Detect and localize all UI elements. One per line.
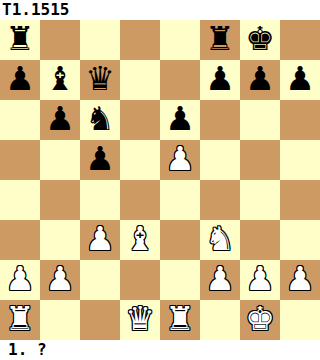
piece-white-pawn[interactable]: ♟ — [205, 259, 235, 299]
piece-black-pawn[interactable]: ♟ — [165, 99, 195, 139]
chess-board: ♜♜♚♟♝♛♟♟♟♟♞♟♟♟♟♝♞♟♟♟♟♟♜♛♜♚ — [0, 20, 320, 340]
square-b5[interactable] — [40, 140, 80, 180]
square-d5[interactable] — [120, 140, 160, 180]
square-h6[interactable] — [280, 100, 320, 140]
square-f3[interactable]: ♞ — [200, 220, 240, 260]
square-g4[interactable] — [240, 180, 280, 220]
square-b2[interactable]: ♟ — [40, 260, 80, 300]
square-h5[interactable] — [280, 140, 320, 180]
square-h8[interactable] — [280, 20, 320, 60]
square-g3[interactable] — [240, 220, 280, 260]
square-f7[interactable]: ♟ — [200, 60, 240, 100]
square-e8[interactable] — [160, 20, 200, 60]
piece-black-pawn[interactable]: ♟ — [245, 59, 275, 99]
square-c4[interactable] — [80, 180, 120, 220]
square-h3[interactable] — [280, 220, 320, 260]
square-f1[interactable] — [200, 300, 240, 340]
square-a6[interactable] — [0, 100, 40, 140]
square-d2[interactable] — [120, 260, 160, 300]
square-d1[interactable]: ♛ — [120, 300, 160, 340]
chess-puzzle-app: T1.1515 ♜♜♚♟♝♛♟♟♟♟♞♟♟♟♟♝♞♟♟♟♟♟♜♛♜♚ 1. ? — [0, 0, 320, 360]
square-d8[interactable] — [120, 20, 160, 60]
square-d7[interactable] — [120, 60, 160, 100]
square-g2[interactable]: ♟ — [240, 260, 280, 300]
square-c1[interactable] — [80, 300, 120, 340]
square-a7[interactable]: ♟ — [0, 60, 40, 100]
piece-white-knight[interactable]: ♞ — [205, 219, 235, 259]
square-a5[interactable] — [0, 140, 40, 180]
square-g7[interactable]: ♟ — [240, 60, 280, 100]
square-b3[interactable] — [40, 220, 80, 260]
square-c8[interactable] — [80, 20, 120, 60]
square-h2[interactable]: ♟ — [280, 260, 320, 300]
square-b1[interactable] — [40, 300, 80, 340]
piece-white-pawn[interactable]: ♟ — [165, 139, 195, 179]
piece-white-pawn[interactable]: ♟ — [85, 219, 115, 259]
piece-white-bishop[interactable]: ♝ — [125, 219, 155, 259]
square-h7[interactable]: ♟ — [280, 60, 320, 100]
square-h4[interactable] — [280, 180, 320, 220]
piece-black-pawn[interactable]: ♟ — [45, 99, 75, 139]
piece-white-pawn[interactable]: ♟ — [285, 259, 315, 299]
piece-white-queen[interactable]: ♛ — [125, 299, 155, 339]
square-g1[interactable]: ♚ — [240, 300, 280, 340]
square-d3[interactable]: ♝ — [120, 220, 160, 260]
move-prompt: 1. ? — [0, 340, 320, 360]
piece-white-rook[interactable]: ♜ — [5, 299, 35, 339]
square-a1[interactable]: ♜ — [0, 300, 40, 340]
square-c2[interactable] — [80, 260, 120, 300]
square-e2[interactable] — [160, 260, 200, 300]
square-f5[interactable] — [200, 140, 240, 180]
piece-white-king[interactable]: ♚ — [245, 299, 275, 339]
square-e7[interactable] — [160, 60, 200, 100]
square-h1[interactable] — [280, 300, 320, 340]
piece-black-bishop[interactable]: ♝ — [45, 59, 75, 99]
square-b7[interactable]: ♝ — [40, 60, 80, 100]
square-e6[interactable]: ♟ — [160, 100, 200, 140]
square-a4[interactable] — [0, 180, 40, 220]
piece-black-queen[interactable]: ♛ — [85, 59, 115, 99]
square-c6[interactable]: ♞ — [80, 100, 120, 140]
square-b8[interactable] — [40, 20, 80, 60]
piece-black-knight[interactable]: ♞ — [85, 99, 115, 139]
square-e1[interactable]: ♜ — [160, 300, 200, 340]
square-d4[interactable] — [120, 180, 160, 220]
square-f6[interactable] — [200, 100, 240, 140]
square-g6[interactable] — [240, 100, 280, 140]
square-c5[interactable]: ♟ — [80, 140, 120, 180]
piece-white-rook[interactable]: ♜ — [165, 299, 195, 339]
square-c7[interactable]: ♛ — [80, 60, 120, 100]
square-f4[interactable] — [200, 180, 240, 220]
piece-black-pawn[interactable]: ♟ — [205, 59, 235, 99]
square-a8[interactable]: ♜ — [0, 20, 40, 60]
puzzle-title: T1.1515 — [0, 0, 320, 20]
square-e3[interactable] — [160, 220, 200, 260]
piece-black-pawn[interactable]: ♟ — [85, 139, 115, 179]
square-a3[interactable] — [0, 220, 40, 260]
square-g5[interactable] — [240, 140, 280, 180]
square-g8[interactable]: ♚ — [240, 20, 280, 60]
piece-black-rook[interactable]: ♜ — [205, 19, 235, 59]
square-b4[interactable] — [40, 180, 80, 220]
square-f8[interactable]: ♜ — [200, 20, 240, 60]
square-c3[interactable]: ♟ — [80, 220, 120, 260]
piece-black-pawn[interactable]: ♟ — [285, 59, 315, 99]
piece-black-rook[interactable]: ♜ — [5, 19, 35, 59]
square-a2[interactable]: ♟ — [0, 260, 40, 300]
square-d6[interactable] — [120, 100, 160, 140]
piece-black-king[interactable]: ♚ — [245, 19, 275, 59]
square-e5[interactable]: ♟ — [160, 140, 200, 180]
square-f2[interactable]: ♟ — [200, 260, 240, 300]
piece-white-pawn[interactable]: ♟ — [5, 259, 35, 299]
piece-white-pawn[interactable]: ♟ — [245, 259, 275, 299]
piece-black-pawn[interactable]: ♟ — [5, 59, 35, 99]
square-e4[interactable] — [160, 180, 200, 220]
piece-white-pawn[interactable]: ♟ — [45, 259, 75, 299]
square-b6[interactable]: ♟ — [40, 100, 80, 140]
